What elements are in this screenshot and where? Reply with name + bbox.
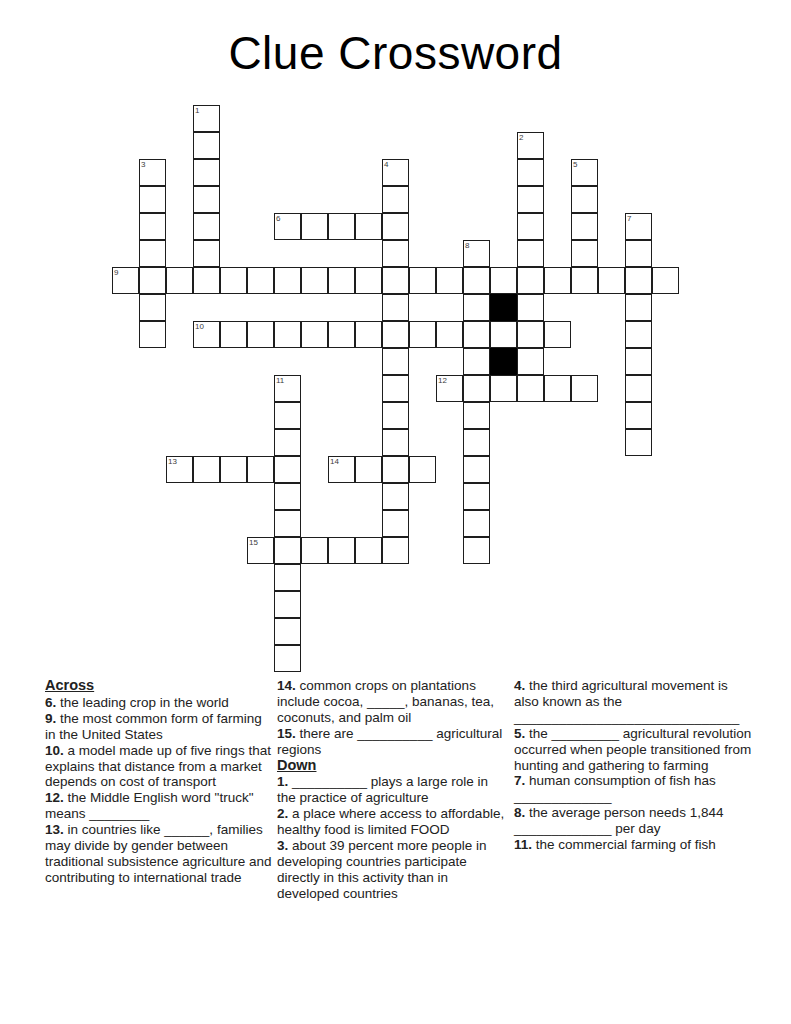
grid-cell[interactable]	[274, 483, 301, 510]
clue-number: 9.	[45, 711, 60, 726]
black-cell	[490, 348, 517, 375]
grid-cell[interactable]	[382, 429, 409, 456]
grid-cell[interactable]	[463, 348, 490, 375]
grid-cell[interactable]	[328, 213, 355, 240]
grid-cell[interactable]	[463, 537, 490, 564]
grid-cell[interactable]	[247, 456, 274, 483]
grid-cell[interactable]	[274, 591, 301, 618]
clue-text: in countries like ______, families may d…	[45, 822, 272, 885]
grid-cell[interactable]	[382, 267, 409, 294]
grid-cell[interactable]	[355, 537, 382, 564]
grid-cell[interactable]	[274, 645, 301, 672]
grid-cell[interactable]	[652, 267, 679, 294]
cell-number: 4	[384, 160, 388, 169]
grid-cell[interactable]	[382, 537, 409, 564]
grid-cell[interactable]	[490, 267, 517, 294]
grid-cell[interactable]	[463, 483, 490, 510]
grid-cell[interactable]	[247, 267, 274, 294]
clue-item: 10. a model made up of five rings that e…	[45, 743, 273, 791]
clue-item: 15. there are __________ agricultural re…	[277, 726, 510, 758]
grid-cell[interactable]	[544, 375, 571, 402]
grid-cell[interactable]	[139, 294, 166, 321]
grid-cell[interactable]	[463, 456, 490, 483]
clue-item: 2. a place where access to affordable, h…	[277, 806, 510, 838]
cell-number: 1	[195, 106, 199, 115]
grid-cell[interactable]	[517, 348, 544, 375]
grid-cell[interactable]	[382, 483, 409, 510]
grid-cell[interactable]	[274, 429, 301, 456]
grid-cell[interactable]	[571, 375, 598, 402]
grid-cell[interactable]: 9	[112, 267, 139, 294]
crossword-page: Clue Crossword 123456789101112131415 Acr…	[0, 0, 791, 1024]
down-header: Down	[277, 758, 510, 774]
cell-number: 13	[168, 457, 177, 466]
clue-number: 15.	[277, 726, 300, 741]
grid-cell[interactable]	[382, 402, 409, 429]
clue-number: 1.	[277, 774, 292, 789]
clue-item: 3. about 39 percent more people in devel…	[277, 838, 510, 902]
cell-number: 6	[276, 214, 280, 223]
grid-cell[interactable]	[517, 159, 544, 186]
clue-number: 2.	[277, 806, 292, 821]
clue-item: 11. the commercial farming of fish	[514, 837, 754, 853]
clue-item: 8. the average person needs 1,844 ______…	[514, 805, 754, 837]
grid-cell[interactable]	[625, 267, 652, 294]
grid-cell[interactable]	[517, 267, 544, 294]
grid-cell[interactable]	[382, 456, 409, 483]
grid-cell[interactable]	[463, 510, 490, 537]
grid-cell[interactable]: 13	[166, 456, 193, 483]
grid-cell[interactable]: 4	[382, 159, 409, 186]
cell-number: 11	[276, 376, 284, 385]
grid-cell[interactable]	[625, 348, 652, 375]
grid-cell[interactable]	[382, 321, 409, 348]
clue-text: the average person needs 1,844 _________…	[514, 805, 723, 836]
clue-text: about 39 percent more people in developi…	[277, 838, 486, 901]
cell-number: 7	[627, 214, 631, 223]
grid-cell[interactable]: 14	[328, 456, 355, 483]
cell-number: 2	[519, 133, 523, 142]
grid-cell[interactable]: 3	[139, 159, 166, 186]
clue-text: the Middle English word "truck" means __…	[45, 790, 253, 821]
grid-cell[interactable]	[328, 321, 355, 348]
cell-number: 5	[573, 160, 577, 169]
grid-cell[interactable]: 7	[625, 213, 652, 240]
grid-cell[interactable]	[517, 321, 544, 348]
grid-cell[interactable]	[328, 537, 355, 564]
grid-cell[interactable]	[193, 213, 220, 240]
grid-cell[interactable]	[517, 294, 544, 321]
grid-cell[interactable]: 1	[193, 105, 220, 132]
grid-cell[interactable]	[355, 456, 382, 483]
grid-cell[interactable]: 10	[193, 321, 220, 348]
grid-cell[interactable]	[625, 402, 652, 429]
grid-cell[interactable]	[598, 267, 625, 294]
grid-cell[interactable]: 11	[274, 375, 301, 402]
grid-cell[interactable]	[382, 294, 409, 321]
clue-item: 1. __________ plays a large role in the …	[277, 774, 510, 806]
cell-number: 9	[114, 268, 118, 277]
clue-item: 9. the most common form of farming in th…	[45, 711, 273, 743]
grid-cell[interactable]	[625, 321, 652, 348]
cell-number: 14	[330, 457, 339, 466]
grid-cell[interactable]	[355, 321, 382, 348]
clue-item: 4. the third agricultural movement is al…	[514, 678, 754, 726]
cell-number: 15	[249, 538, 258, 547]
clue-number: 13.	[45, 822, 68, 837]
clue-item: 5. the _________ agricultural revolution…	[514, 726, 754, 774]
grid-cell[interactable]	[436, 321, 463, 348]
black-cell	[490, 294, 517, 321]
grid-cell[interactable]	[571, 213, 598, 240]
grid-cell[interactable]	[571, 186, 598, 213]
grid-cell[interactable]	[382, 240, 409, 267]
grid-cell[interactable]	[139, 240, 166, 267]
grid-cell[interactable]	[193, 132, 220, 159]
crossword-grid: 123456789101112131415	[112, 105, 679, 672]
clue-item: 6. the leading crop in the world	[45, 695, 273, 711]
grid-cell[interactable]	[409, 321, 436, 348]
cell-number: 10	[195, 322, 204, 331]
cell-number: 3	[141, 160, 145, 169]
grid-cell[interactable]: 12	[436, 375, 463, 402]
grid-cell[interactable]	[139, 213, 166, 240]
clue-text: the commercial farming of fish	[536, 837, 716, 852]
grid-cell[interactable]: 8	[463, 240, 490, 267]
grid-cell[interactable]	[625, 294, 652, 321]
grid-cell[interactable]	[301, 321, 328, 348]
grid-cell[interactable]	[436, 267, 463, 294]
clues-column-3: 4. the third agricultural movement is al…	[514, 678, 754, 853]
grid-cell[interactable]	[382, 213, 409, 240]
grid-cell[interactable]	[544, 267, 571, 294]
grid-cell[interactable]	[355, 267, 382, 294]
grid-cell[interactable]	[409, 456, 436, 483]
clue-number: 5.	[514, 726, 529, 741]
grid-cell[interactable]	[193, 456, 220, 483]
clues-column-2: 14. common crops on plantations include …	[277, 678, 510, 902]
clue-number: 14.	[277, 678, 300, 693]
grid-cell[interactable]	[193, 186, 220, 213]
clue-text: the leading crop in the world	[60, 695, 229, 710]
clue-item: 13. in countries like ______, families m…	[45, 822, 273, 886]
clue-text: the _________ agricultural revolution oc…	[514, 726, 751, 773]
clue-item: 7. human consumption of fish has _______…	[514, 773, 754, 805]
grid-cell[interactable]: 2	[517, 132, 544, 159]
clue-number: 6.	[45, 695, 60, 710]
grid-cell[interactable]	[571, 240, 598, 267]
clue-item: 12. the Middle English word "truck" mean…	[45, 790, 273, 822]
grid-cell[interactable]	[166, 267, 193, 294]
grid-cell[interactable]	[193, 159, 220, 186]
grid-cell[interactable]	[193, 240, 220, 267]
grid-cell[interactable]	[463, 321, 490, 348]
clue-number: 4.	[514, 678, 529, 693]
grid-cell[interactable]	[490, 375, 517, 402]
clue-number: 10.	[45, 743, 68, 758]
grid-cell[interactable]	[625, 375, 652, 402]
clue-number: 8.	[514, 805, 529, 820]
grid-cell[interactable]	[382, 186, 409, 213]
grid-cell[interactable]	[139, 321, 166, 348]
clue-text: a place where access to affordable, heal…	[277, 806, 504, 837]
grid-cell[interactable]: 6	[274, 213, 301, 240]
grid-cell[interactable]	[463, 294, 490, 321]
grid-cell[interactable]	[274, 267, 301, 294]
clue-number: 12.	[45, 790, 68, 805]
clue-text: human consumption of fish has __________…	[514, 773, 716, 804]
grid-cell[interactable]	[274, 618, 301, 645]
clue-number: 3.	[277, 838, 292, 853]
grid-cell[interactable]	[382, 510, 409, 537]
grid-cell[interactable]	[625, 240, 652, 267]
grid-cell[interactable]	[382, 375, 409, 402]
grid-cell[interactable]	[463, 375, 490, 402]
clue-text: common crops on plantations include coco…	[277, 678, 494, 725]
grid-cell[interactable]	[463, 267, 490, 294]
grid-cell[interactable]	[463, 402, 490, 429]
across-header: Across	[45, 678, 273, 694]
grid-cell[interactable]	[517, 375, 544, 402]
clue-text: a model made up of five rings that expla…	[45, 743, 271, 790]
grid-cell[interactable]	[274, 537, 301, 564]
grid-cell[interactable]	[625, 429, 652, 456]
clue-text: the third agricultural movement is also …	[514, 678, 739, 725]
grid-cell[interactable]	[247, 321, 274, 348]
clue-item: 14. common crops on plantations include …	[277, 678, 510, 726]
grid-cell[interactable]	[355, 213, 382, 240]
grid-cell[interactable]	[139, 186, 166, 213]
grid-cell[interactable]	[139, 267, 166, 294]
grid-cell[interactable]	[409, 267, 436, 294]
grid-cell[interactable]	[544, 321, 571, 348]
grid-cell[interactable]	[301, 537, 328, 564]
grid-cell[interactable]	[220, 321, 247, 348]
clues-column-1: Across6. the leading crop in the world9.…	[45, 678, 273, 886]
grid-cell[interactable]	[328, 267, 355, 294]
grid-cell[interactable]	[274, 564, 301, 591]
clue-text: there are __________ agricultural region…	[277, 726, 502, 757]
grid-cell[interactable]	[463, 429, 490, 456]
clue-text: the most common form of farming in the U…	[45, 711, 262, 742]
grid-cell[interactable]: 15	[247, 537, 274, 564]
grid-cell[interactable]	[571, 267, 598, 294]
grid-cell[interactable]	[220, 267, 247, 294]
grid-cell[interactable]	[193, 267, 220, 294]
clue-number: 7.	[514, 773, 529, 788]
grid-cell[interactable]	[517, 240, 544, 267]
clue-number: 11.	[514, 837, 536, 852]
grid-cell[interactable]	[220, 456, 247, 483]
grid-cell[interactable]	[274, 510, 301, 537]
cell-number: 8	[465, 241, 469, 250]
grid-cell[interactable]	[301, 267, 328, 294]
grid-cell[interactable]	[274, 456, 301, 483]
grid-cell[interactable]	[517, 213, 544, 240]
cell-number: 12	[438, 376, 447, 385]
grid-cell[interactable]: 5	[571, 159, 598, 186]
grid-cell[interactable]	[274, 321, 301, 348]
grid-cell[interactable]	[274, 402, 301, 429]
page-title: Clue Crossword	[0, 26, 791, 80]
clue-text: __________ plays a large role in the pra…	[277, 774, 488, 805]
grid-cell[interactable]	[301, 213, 328, 240]
grid-cell[interactable]	[382, 348, 409, 375]
grid-cell[interactable]	[490, 321, 517, 348]
grid-cell[interactable]	[517, 186, 544, 213]
